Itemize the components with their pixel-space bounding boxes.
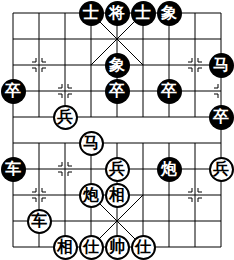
intersection-4-1: 士: [78, 0, 104, 26]
intersection-4-9: [78, 208, 104, 234]
intersection-6-8: [130, 182, 156, 208]
intersection-5-2: [104, 26, 130, 52]
intersection-9-7: 兵: [208, 156, 234, 182]
intersection-5-7: 兵: [104, 156, 130, 182]
intersection-2-4: [26, 78, 52, 104]
black-elephant-piece[interactable]: 象: [105, 53, 130, 78]
intersection-2-9: 车: [26, 208, 52, 234]
intersection-7-6: [156, 130, 182, 156]
intersection-5-3: 象: [104, 52, 130, 78]
intersection-9-5: 卒: [208, 104, 234, 130]
black-advisor-piece[interactable]: 士: [131, 1, 156, 26]
intersection-1-4: 卒: [0, 78, 26, 104]
intersection-1-9: [0, 208, 26, 234]
intersection-3-1: [52, 0, 78, 26]
intersection-5-10: 帅: [104, 234, 130, 260]
intersection-2-3: [26, 52, 52, 78]
intersection-1-6: [0, 130, 26, 156]
intersection-2-6: [26, 130, 52, 156]
xiangqi-board: 士将士象象马卒卒卒兵卒马车兵炮兵炮相车相仕帅仕: [0, 0, 234, 260]
intersection-4-10: 仕: [78, 234, 104, 260]
white-elephant-piece[interactable]: 相: [53, 235, 78, 260]
intersection-4-6: 马: [78, 130, 104, 156]
intersection-7-2: [156, 26, 182, 52]
black-soldier-piece[interactable]: 卒: [1, 79, 26, 104]
intersection-1-5: [0, 104, 26, 130]
intersection-2-1: [26, 0, 52, 26]
intersection-1-8: [0, 182, 26, 208]
intersection-4-4: [78, 78, 104, 104]
white-elephant-piece[interactable]: 相: [105, 183, 130, 208]
intersection-6-5: [130, 104, 156, 130]
intersection-1-1: [0, 0, 26, 26]
intersection-8-9: [182, 208, 208, 234]
black-general-piece[interactable]: 将: [105, 1, 130, 26]
intersection-9-1: [208, 0, 234, 26]
intersection-3-2: [52, 26, 78, 52]
white-soldier-piece[interactable]: 兵: [53, 105, 78, 130]
intersection-9-6: [208, 130, 234, 156]
white-soldier-piece[interactable]: 兵: [209, 157, 234, 182]
intersection-5-4: 卒: [104, 78, 130, 104]
intersection-1-7: 车: [0, 156, 26, 182]
intersection-6-10: 仕: [130, 234, 156, 260]
intersection-1-10: [0, 234, 26, 260]
intersection-4-5: [78, 104, 104, 130]
intersection-9-8: [208, 182, 234, 208]
intersection-7-4: 卒: [156, 78, 182, 104]
intersection-5-6: [104, 130, 130, 156]
intersection-8-5: [182, 104, 208, 130]
white-advisor-piece[interactable]: 仕: [131, 235, 156, 260]
black-horse-piece[interactable]: 马: [209, 53, 234, 78]
black-soldier-piece[interactable]: 卒: [105, 79, 130, 104]
intersection-4-2: [78, 26, 104, 52]
white-chariot-piece[interactable]: 车: [27, 209, 52, 234]
intersection-9-9: [208, 208, 234, 234]
black-cannon-piece[interactable]: 炮: [157, 157, 182, 182]
intersection-5-8: 相: [104, 182, 130, 208]
intersection-8-1: [182, 0, 208, 26]
intersection-2-10: [26, 234, 52, 260]
intersection-4-3: [78, 52, 104, 78]
intersection-8-10: [182, 234, 208, 260]
intersection-9-4: [208, 78, 234, 104]
intersection-7-10: [156, 234, 182, 260]
intersection-8-8: [182, 182, 208, 208]
board-grid: 士将士象象马卒卒卒兵卒马车兵炮兵炮相车相仕帅仕: [0, 0, 234, 260]
white-cannon-piece[interactable]: 炮: [79, 183, 104, 208]
intersection-9-10: [208, 234, 234, 260]
intersection-5-9: [104, 208, 130, 234]
intersection-2-8: [26, 182, 52, 208]
intersection-3-5: 兵: [52, 104, 78, 130]
intersection-7-9: [156, 208, 182, 234]
intersection-3-10: 相: [52, 234, 78, 260]
white-horse-piece[interactable]: 马: [79, 131, 104, 156]
intersection-9-2: [208, 26, 234, 52]
black-elephant-piece[interactable]: 象: [157, 1, 182, 26]
intersection-7-7: 炮: [156, 156, 182, 182]
intersection-6-2: [130, 26, 156, 52]
intersection-3-3: [52, 52, 78, 78]
intersection-3-6: [52, 130, 78, 156]
intersection-3-8: [52, 182, 78, 208]
intersection-5-5: [104, 104, 130, 130]
white-general-piece[interactable]: 帅: [105, 235, 130, 260]
intersection-4-7: [78, 156, 104, 182]
white-advisor-piece[interactable]: 仕: [79, 235, 104, 260]
intersection-1-2: [0, 26, 26, 52]
intersection-8-3: [182, 52, 208, 78]
intersection-6-9: [130, 208, 156, 234]
intersection-8-6: [182, 130, 208, 156]
intersection-2-7: [26, 156, 52, 182]
black-chariot-piece[interactable]: 车: [1, 157, 26, 182]
intersection-2-5: [26, 104, 52, 130]
intersection-6-1: 士: [130, 0, 156, 26]
intersection-6-6: [130, 130, 156, 156]
intersection-7-5: [156, 104, 182, 130]
intersection-6-4: [130, 78, 156, 104]
intersection-6-3: [130, 52, 156, 78]
intersection-7-3: [156, 52, 182, 78]
intersection-2-2: [26, 26, 52, 52]
intersection-1-3: [0, 52, 26, 78]
intersection-7-8: [156, 182, 182, 208]
intersection-9-3: 马: [208, 52, 234, 78]
black-soldier-piece[interactable]: 卒: [157, 79, 182, 104]
intersection-3-4: [52, 78, 78, 104]
intersection-8-4: [182, 78, 208, 104]
intersection-6-7: [130, 156, 156, 182]
intersection-8-7: [182, 156, 208, 182]
intersection-3-7: [52, 156, 78, 182]
intersection-7-1: 象: [156, 0, 182, 26]
black-soldier-piece[interactable]: 卒: [209, 105, 234, 130]
intersection-8-2: [182, 26, 208, 52]
black-advisor-piece[interactable]: 士: [79, 1, 104, 26]
intersection-3-9: [52, 208, 78, 234]
intersection-5-1: 将: [104, 0, 130, 26]
intersection-4-8: 炮: [78, 182, 104, 208]
white-soldier-piece[interactable]: 兵: [105, 157, 130, 182]
